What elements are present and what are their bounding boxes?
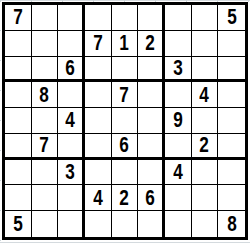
page-gridline-left [0, 0, 1, 243]
cell-r7c8[interactable] [192, 160, 219, 186]
given-digit: 4 [93, 187, 103, 209]
cell-r9c8[interactable] [192, 211, 219, 237]
cell-r5c2[interactable] [32, 108, 59, 134]
cell-r6c8[interactable]: 2 [192, 134, 219, 160]
given-digit: 8 [227, 213, 237, 235]
cell-r7c7[interactable]: 4 [165, 160, 192, 186]
cell-r2c9[interactable] [218, 31, 245, 57]
cell-r3c3[interactable]: 6 [58, 57, 85, 83]
cell-r6c7[interactable] [165, 134, 192, 160]
given-digit: 5 [227, 6, 237, 28]
cell-r9c4[interactable] [85, 211, 112, 237]
cell-r5c1[interactable] [5, 108, 32, 134]
cell-r4c4[interactable] [85, 82, 112, 108]
given-digit: 9 [173, 109, 183, 131]
cell-r4c1[interactable] [5, 82, 32, 108]
given-digit: 7 [13, 6, 23, 28]
given-digit: 7 [40, 134, 50, 156]
cell-r7c4[interactable] [85, 160, 112, 186]
cell-r1c8[interactable] [192, 5, 219, 31]
cell-r5c7[interactable]: 9 [165, 108, 192, 134]
cell-r2c4[interactable]: 7 [85, 31, 112, 57]
cell-r4c7[interactable] [165, 82, 192, 108]
given-digit: 4 [65, 109, 75, 131]
given-digit: 6 [145, 187, 155, 209]
cell-r2c2[interactable] [32, 31, 59, 57]
cell-r9c1[interactable]: 5 [5, 211, 32, 237]
cell-r5c9[interactable] [218, 108, 245, 134]
cell-r4c3[interactable] [58, 82, 85, 108]
cell-r7c9[interactable] [218, 160, 245, 186]
given-digit: 1 [120, 32, 130, 54]
cell-r1c1[interactable]: 7 [5, 5, 32, 31]
cell-r3c7[interactable]: 3 [165, 57, 192, 83]
cell-r6c6[interactable] [138, 134, 165, 160]
sudoku-page: 7571263874497623442658 [0, 0, 250, 243]
cell-r5c5[interactable] [112, 108, 139, 134]
cell-r7c6[interactable] [138, 160, 165, 186]
cell-r2c6[interactable]: 2 [138, 31, 165, 57]
cell-r6c5[interactable]: 6 [112, 134, 139, 160]
cell-r8c7[interactable] [165, 185, 192, 211]
cell-r3c6[interactable] [138, 57, 165, 83]
cell-r6c1[interactable] [5, 134, 32, 160]
cell-r1c5[interactable] [112, 5, 139, 31]
cell-r3c8[interactable] [192, 57, 219, 83]
cell-r7c1[interactable] [5, 160, 32, 186]
cell-r8c2[interactable] [32, 185, 59, 211]
cell-r3c9[interactable] [218, 57, 245, 83]
cell-r8c3[interactable] [58, 185, 85, 211]
given-digit: 4 [173, 161, 183, 183]
cell-r1c9[interactable]: 5 [218, 5, 245, 31]
cell-r1c2[interactable] [32, 5, 59, 31]
cell-r9c6[interactable] [138, 211, 165, 237]
cell-r9c5[interactable] [112, 211, 139, 237]
cell-r8c6[interactable]: 6 [138, 185, 165, 211]
given-digit: 2 [120, 187, 130, 209]
cell-r8c5[interactable]: 2 [112, 185, 139, 211]
given-digit: 8 [40, 84, 50, 106]
cell-r7c3[interactable]: 3 [58, 160, 85, 186]
cell-r2c8[interactable] [192, 31, 219, 57]
cell-r9c9[interactable]: 8 [218, 211, 245, 237]
cell-r2c7[interactable] [165, 31, 192, 57]
cell-r4c9[interactable] [218, 82, 245, 108]
sudoku-board: 7571263874497623442658 [2, 2, 248, 240]
given-digit: 3 [65, 161, 75, 183]
given-digit: 4 [200, 84, 210, 106]
cell-r3c1[interactable] [5, 57, 32, 83]
given-digit: 2 [145, 32, 155, 54]
cell-r5c3[interactable]: 4 [58, 108, 85, 134]
cell-r7c5[interactable] [112, 160, 139, 186]
cell-r4c2[interactable]: 8 [32, 82, 59, 108]
given-digit: 3 [173, 57, 183, 79]
cell-r2c3[interactable] [58, 31, 85, 57]
cell-r6c4[interactable] [85, 134, 112, 160]
cell-r2c5[interactable]: 1 [112, 31, 139, 57]
cell-r4c6[interactable] [138, 82, 165, 108]
cell-r3c2[interactable] [32, 57, 59, 83]
cell-r4c8[interactable]: 4 [192, 82, 219, 108]
cell-r1c4[interactable] [85, 5, 112, 31]
cell-r6c9[interactable] [218, 134, 245, 160]
cell-r8c8[interactable] [192, 185, 219, 211]
cell-r7c2[interactable] [32, 160, 59, 186]
given-digit: 5 [13, 213, 23, 235]
given-digit: 7 [93, 32, 103, 54]
cell-r5c4[interactable] [85, 108, 112, 134]
cell-r3c4[interactable] [85, 57, 112, 83]
cell-r4c5[interactable]: 7 [112, 82, 139, 108]
cell-r8c1[interactable] [5, 185, 32, 211]
cell-r1c6[interactable] [138, 5, 165, 31]
cell-r9c3[interactable] [58, 211, 85, 237]
cell-r5c6[interactable] [138, 108, 165, 134]
cell-r8c4[interactable]: 4 [85, 185, 112, 211]
given-digit: 2 [200, 134, 210, 156]
cell-r9c7[interactable] [165, 211, 192, 237]
given-digit: 6 [65, 57, 75, 79]
cell-r8c9[interactable] [218, 185, 245, 211]
given-digit: 7 [120, 84, 130, 106]
cell-r6c3[interactable] [58, 134, 85, 160]
cell-r3c5[interactable] [112, 57, 139, 83]
cell-r2c1[interactable] [5, 31, 32, 57]
cell-r9c2[interactable] [32, 211, 59, 237]
cell-r1c7[interactable] [165, 5, 192, 31]
cell-r6c2[interactable]: 7 [32, 134, 59, 160]
cell-r5c8[interactable] [192, 108, 219, 134]
cell-r1c3[interactable] [58, 5, 85, 31]
given-digit: 6 [120, 134, 130, 156]
